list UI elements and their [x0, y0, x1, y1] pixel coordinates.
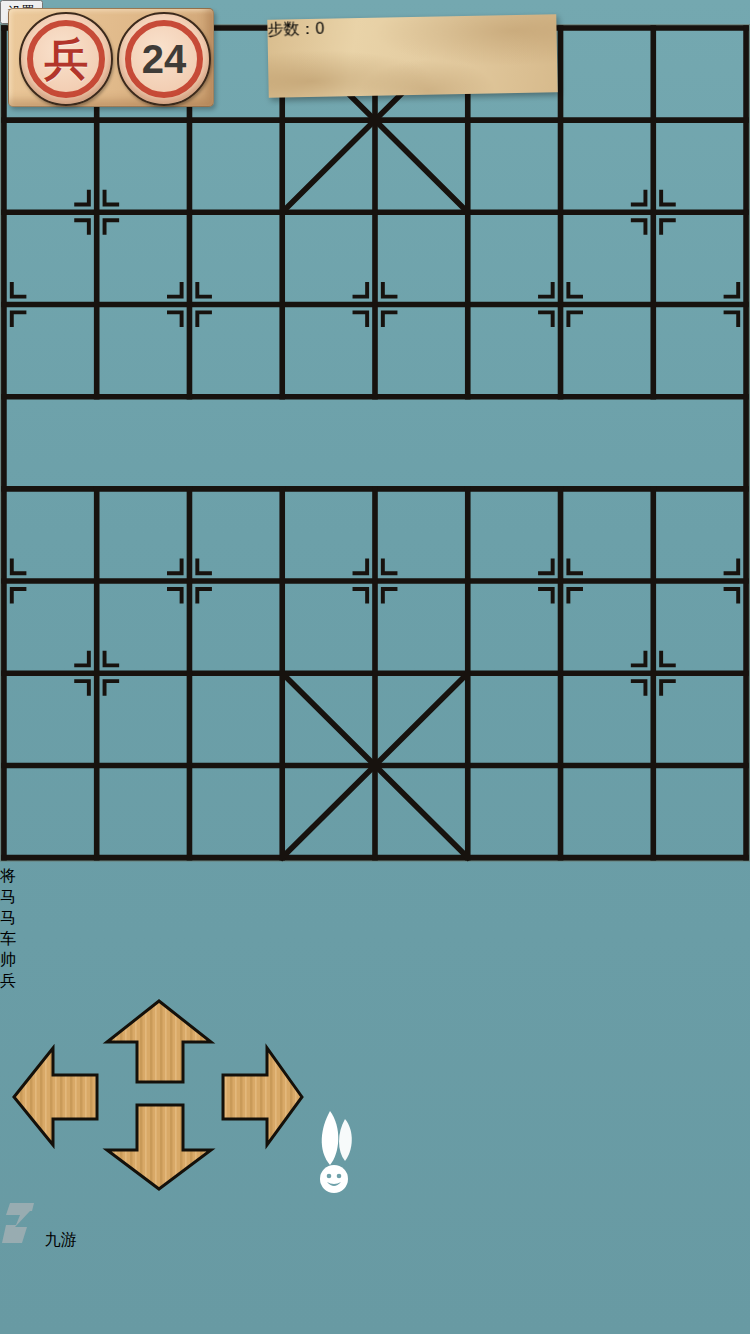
piece-red-general[interactable]: 帅: [0, 950, 750, 971]
piece-black-general[interactable]: 将: [0, 866, 750, 887]
piece-red-soldier[interactable]: 兵: [0, 971, 750, 992]
board-grid: [0, 24, 750, 862]
grid-lines: [4, 28, 746, 858]
arrow-left-button[interactable]: [14, 1048, 97, 1145]
piece-black-horse-right[interactable]: 马: [0, 908, 750, 929]
piece-tray: 兵 24: [8, 8, 214, 107]
piece-character: 车: [0, 930, 16, 947]
xiangqi-board: [0, 24, 750, 866]
piece-character: 帅: [0, 951, 16, 968]
rabbit-logo: [314, 1109, 358, 1197]
piece-black-horse-left[interactable]: 马: [0, 887, 750, 908]
tray-piece-disc: 兵: [19, 12, 113, 106]
piece-character: 将: [0, 867, 16, 884]
watermark-icon: [0, 1201, 40, 1245]
tray-piece-label: 兵: [44, 37, 88, 81]
arrow-right-button[interactable]: [223, 1048, 302, 1145]
piece-character: 兵: [0, 972, 16, 989]
step-value: 0: [315, 20, 324, 37]
watermark-text: 九游: [44, 1231, 76, 1248]
step-counter: 步数：0: [267, 14, 557, 98]
piece-character: 马: [0, 909, 16, 926]
step-paper: 步数：0: [267, 14, 557, 98]
piece-character: 马: [0, 888, 16, 905]
arrow-down-button[interactable]: [107, 1105, 211, 1189]
piece-black-chariot[interactable]: 车: [0, 929, 750, 950]
arrow-up-button[interactable]: [107, 1001, 211, 1082]
game-screen: 兵 24 步数：0 设置 将马马车帅兵: [0, 0, 750, 1334]
tray-count-disc: 24: [117, 12, 211, 106]
dpad: [0, 992, 310, 1197]
pieces-layer: 将马马车帅兵: [0, 866, 750, 992]
step-label: 步数：: [267, 20, 315, 38]
tray-count: 24: [142, 39, 187, 79]
watermark-brand: 九游: [0, 1201, 750, 1251]
